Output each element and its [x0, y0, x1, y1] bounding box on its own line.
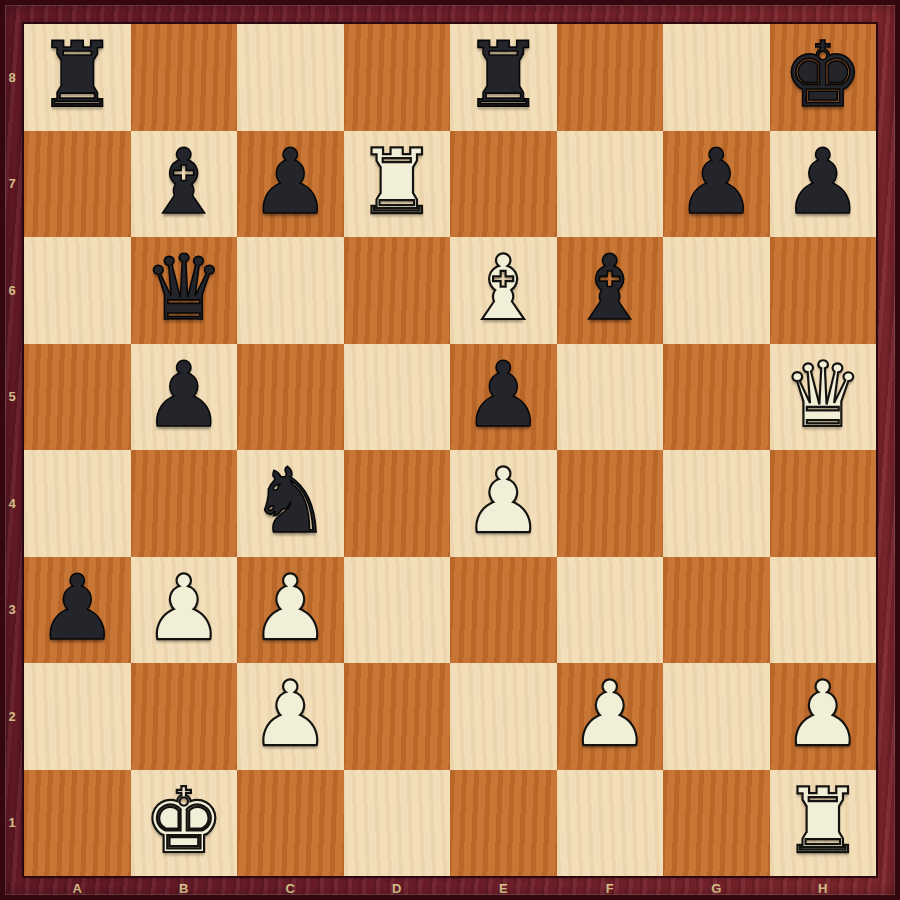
white-rook[interactable]: ♜ [356, 137, 437, 227]
rank-label-5: 5 [0, 344, 24, 451]
rank-label-6: 6 [0, 237, 24, 344]
square-f5[interactable] [557, 344, 664, 451]
square-d1[interactable] [344, 770, 451, 877]
square-b2[interactable] [131, 663, 238, 770]
square-f7[interactable] [557, 131, 664, 238]
white-pawn[interactable]: ♟ [463, 456, 544, 546]
square-b5[interactable]: ♟ [131, 344, 238, 451]
square-a7[interactable] [24, 131, 131, 238]
square-g7[interactable]: ♟ [663, 131, 770, 238]
file-label-h: H [770, 876, 877, 900]
square-d2[interactable] [344, 663, 451, 770]
square-b6[interactable]: ♛ [131, 237, 238, 344]
square-c6[interactable] [237, 237, 344, 344]
file-label-g: G [663, 876, 770, 900]
square-b3[interactable]: ♟ [131, 557, 238, 664]
square-e6[interactable]: ♝ [450, 237, 557, 344]
square-e2[interactable] [450, 663, 557, 770]
square-h1[interactable]: ♜ [770, 770, 877, 877]
square-c7[interactable]: ♟ [237, 131, 344, 238]
square-a5[interactable] [24, 344, 131, 451]
black-pawn[interactable]: ♟ [782, 137, 863, 227]
square-e5[interactable]: ♟ [450, 344, 557, 451]
square-g3[interactable] [663, 557, 770, 664]
white-queen[interactable]: ♛ [782, 350, 863, 440]
square-g6[interactable] [663, 237, 770, 344]
white-pawn[interactable]: ♟ [250, 563, 331, 653]
white-king[interactable]: ♚ [143, 776, 224, 866]
black-king[interactable]: ♚ [782, 30, 863, 120]
file-label-e: E [450, 876, 557, 900]
square-a1[interactable] [24, 770, 131, 877]
square-b8[interactable] [131, 24, 238, 131]
black-pawn[interactable]: ♟ [463, 350, 544, 440]
square-f4[interactable] [557, 450, 664, 557]
black-bishop[interactable]: ♝ [143, 137, 224, 227]
black-queen[interactable]: ♛ [143, 243, 224, 333]
square-e8[interactable]: ♜ [450, 24, 557, 131]
square-f3[interactable] [557, 557, 664, 664]
square-h6[interactable] [770, 237, 877, 344]
square-g8[interactable] [663, 24, 770, 131]
rank-label-8: 8 [0, 24, 24, 131]
black-pawn[interactable]: ♟ [143, 350, 224, 440]
rank-label-1: 1 [0, 770, 24, 877]
square-e7[interactable] [450, 131, 557, 238]
square-f1[interactable] [557, 770, 664, 877]
square-a3[interactable]: ♟ [24, 557, 131, 664]
square-g2[interactable] [663, 663, 770, 770]
black-pawn[interactable]: ♟ [37, 563, 118, 653]
chess-board[interactable]: ♜♜♚♝♟♜♟♟♛♝♝♟♟♛♞♟♟♟♟♟♟♟♚♜ [24, 24, 876, 876]
white-pawn[interactable]: ♟ [250, 669, 331, 759]
square-c2[interactable]: ♟ [237, 663, 344, 770]
square-f6[interactable]: ♝ [557, 237, 664, 344]
file-labels: ABCDEFGH [24, 876, 876, 900]
square-a6[interactable] [24, 237, 131, 344]
rank-label-7: 7 [0, 131, 24, 238]
white-rook[interactable]: ♜ [782, 776, 863, 866]
rank-label-3: 3 [0, 557, 24, 664]
square-a2[interactable] [24, 663, 131, 770]
square-e4[interactable]: ♟ [450, 450, 557, 557]
square-h4[interactable] [770, 450, 877, 557]
square-b7[interactable]: ♝ [131, 131, 238, 238]
square-d7[interactable]: ♜ [344, 131, 451, 238]
square-h8[interactable]: ♚ [770, 24, 877, 131]
rank-label-4: 4 [0, 450, 24, 557]
square-f2[interactable]: ♟ [557, 663, 664, 770]
square-c3[interactable]: ♟ [237, 557, 344, 664]
square-d3[interactable] [344, 557, 451, 664]
file-label-d: D [344, 876, 451, 900]
white-pawn[interactable]: ♟ [143, 563, 224, 653]
chess-board-frame: 87654321 ♜♜♚♝♟♜♟♟♛♝♝♟♟♛♞♟♟♟♟♟♟♟♚♜ ABCDEF… [0, 0, 900, 900]
square-h7[interactable]: ♟ [770, 131, 877, 238]
square-b1[interactable]: ♚ [131, 770, 238, 877]
square-d6[interactable] [344, 237, 451, 344]
black-rook[interactable]: ♜ [37, 30, 118, 120]
black-pawn[interactable]: ♟ [250, 137, 331, 227]
square-h2[interactable]: ♟ [770, 663, 877, 770]
square-f8[interactable] [557, 24, 664, 131]
square-d4[interactable] [344, 450, 451, 557]
file-label-a: A [24, 876, 131, 900]
square-c4[interactable]: ♞ [237, 450, 344, 557]
rank-labels: 87654321 [0, 24, 24, 876]
black-bishop[interactable]: ♝ [569, 243, 650, 333]
square-b4[interactable] [131, 450, 238, 557]
square-a4[interactable] [24, 450, 131, 557]
white-bishop[interactable]: ♝ [463, 243, 544, 333]
white-pawn[interactable]: ♟ [782, 669, 863, 759]
square-h3[interactable] [770, 557, 877, 664]
square-c8[interactable] [237, 24, 344, 131]
black-pawn[interactable]: ♟ [676, 137, 757, 227]
rank-label-2: 2 [0, 663, 24, 770]
square-c5[interactable] [237, 344, 344, 451]
square-e1[interactable] [450, 770, 557, 877]
square-a8[interactable]: ♜ [24, 24, 131, 131]
file-label-b: B [131, 876, 238, 900]
black-knight[interactable]: ♞ [250, 456, 331, 546]
square-c1[interactable] [237, 770, 344, 877]
square-g5[interactable] [663, 344, 770, 451]
square-g4[interactable] [663, 450, 770, 557]
white-pawn[interactable]: ♟ [569, 669, 650, 759]
square-e3[interactable] [450, 557, 557, 664]
file-label-c: C [237, 876, 344, 900]
square-d5[interactable] [344, 344, 451, 451]
black-rook[interactable]: ♜ [463, 30, 544, 120]
file-label-f: F [557, 876, 664, 900]
square-h5[interactable]: ♛ [770, 344, 877, 451]
square-g1[interactable] [663, 770, 770, 877]
square-d8[interactable] [344, 24, 451, 131]
